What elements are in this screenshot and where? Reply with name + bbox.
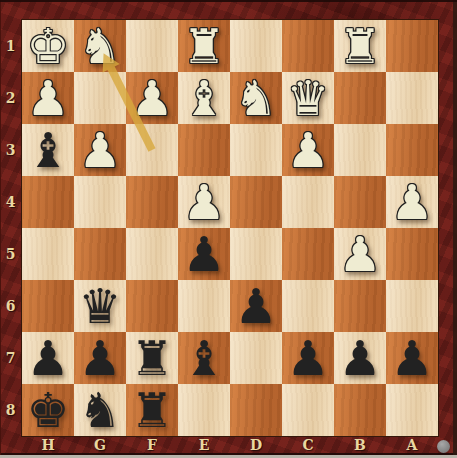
square-a1[interactable] — [386, 20, 438, 72]
white-pawn[interactable]: ♟ — [338, 228, 381, 280]
square-b6[interactable] — [334, 280, 386, 332]
square-e8[interactable] — [178, 384, 230, 436]
rank-label-3: 3 — [0, 124, 21, 176]
square-d7[interactable] — [230, 332, 282, 384]
black-pawn[interactable]: ♟ — [26, 332, 69, 384]
white-knight[interactable]: ♞ — [234, 72, 277, 124]
square-e4[interactable]: ♟ — [178, 176, 230, 228]
file-label-a: A — [386, 436, 438, 455]
square-h3[interactable]: ♝ — [22, 124, 74, 176]
square-c4[interactable] — [282, 176, 334, 228]
file-label-c: C — [282, 436, 334, 455]
square-h4[interactable] — [22, 176, 74, 228]
square-b1[interactable]: ♜ — [334, 20, 386, 72]
black-bishop[interactable]: ♝ — [182, 332, 225, 384]
square-g5[interactable] — [74, 228, 126, 280]
white-pawn[interactable]: ♟ — [390, 176, 433, 228]
square-a3[interactable] — [386, 124, 438, 176]
square-c8[interactable] — [282, 384, 334, 436]
black-pawn[interactable]: ♟ — [286, 332, 329, 384]
square-e2[interactable]: ♝ — [178, 72, 230, 124]
black-pawn[interactable]: ♟ — [234, 280, 277, 332]
square-h8[interactable]: ♚ — [22, 384, 74, 436]
black-bishop[interactable]: ♝ — [26, 124, 69, 176]
black-pawn[interactable]: ♟ — [182, 228, 225, 280]
square-f3[interactable] — [126, 124, 178, 176]
square-g2[interactable] — [74, 72, 126, 124]
white-rook[interactable]: ♜ — [182, 20, 225, 72]
square-e7[interactable]: ♝ — [178, 332, 230, 384]
white-queen[interactable]: ♛ — [286, 72, 329, 124]
black-pawn[interactable]: ♟ — [390, 332, 433, 384]
file-label-h: H — [22, 436, 74, 455]
square-a2[interactable] — [386, 72, 438, 124]
white-pawn[interactable]: ♟ — [26, 72, 69, 124]
square-g6[interactable]: ♛ — [74, 280, 126, 332]
square-d6[interactable]: ♟ — [230, 280, 282, 332]
white-pawn[interactable]: ♟ — [130, 72, 173, 124]
square-g3[interactable]: ♟ — [74, 124, 126, 176]
white-bishop[interactable]: ♝ — [182, 72, 225, 124]
square-h1[interactable]: ♚ — [22, 20, 74, 72]
chess-diagram: ♚♞♜♜♟♟♝♞♛♝♟♟♟♟♟♟♛♟♟♟♜♝♟♟♟♚♞♜ 12345678 HG… — [0, 0, 457, 458]
square-c7[interactable]: ♟ — [282, 332, 334, 384]
chess-board: ♚♞♜♜♟♟♝♞♛♝♟♟♟♟♟♟♛♟♟♟♜♝♟♟♟♚♞♜ — [21, 19, 439, 437]
square-g8[interactable]: ♞ — [74, 384, 126, 436]
black-pawn[interactable]: ♟ — [78, 332, 121, 384]
white-knight[interactable]: ♞ — [78, 20, 121, 72]
square-d5[interactable] — [230, 228, 282, 280]
square-h7[interactable]: ♟ — [22, 332, 74, 384]
square-a7[interactable]: ♟ — [386, 332, 438, 384]
board-frame: ♚♞♜♜♟♟♝♞♛♝♟♟♟♟♟♟♛♟♟♟♜♝♟♟♟♚♞♜ 12345678 HG… — [0, 0, 457, 455]
square-b7[interactable]: ♟ — [334, 332, 386, 384]
square-c5[interactable] — [282, 228, 334, 280]
white-pawn[interactable]: ♟ — [78, 124, 121, 176]
rank-label-7: 7 — [0, 332, 21, 384]
white-pawn[interactable]: ♟ — [182, 176, 225, 228]
square-f7[interactable]: ♜ — [126, 332, 178, 384]
square-e5[interactable]: ♟ — [178, 228, 230, 280]
square-a6[interactable] — [386, 280, 438, 332]
file-label-g: G — [74, 436, 126, 455]
square-b2[interactable] — [334, 72, 386, 124]
square-h5[interactable] — [22, 228, 74, 280]
square-d2[interactable]: ♞ — [230, 72, 282, 124]
square-f5[interactable] — [126, 228, 178, 280]
black-rook[interactable]: ♜ — [130, 332, 173, 384]
square-b5[interactable]: ♟ — [334, 228, 386, 280]
file-label-b: B — [334, 436, 386, 455]
square-g7[interactable]: ♟ — [74, 332, 126, 384]
file-label-e: E — [178, 436, 230, 455]
white-king[interactable]: ♚ — [26, 20, 69, 72]
rank-label-6: 6 — [0, 280, 21, 332]
square-b3[interactable] — [334, 124, 386, 176]
side-to-move-indicator — [437, 440, 450, 453]
square-d4[interactable] — [230, 176, 282, 228]
square-c3[interactable]: ♟ — [282, 124, 334, 176]
square-e6[interactable] — [178, 280, 230, 332]
rank-label-8: 8 — [0, 384, 21, 436]
square-a4[interactable]: ♟ — [386, 176, 438, 228]
white-pawn[interactable]: ♟ — [286, 124, 329, 176]
square-d3[interactable] — [230, 124, 282, 176]
square-a8[interactable] — [386, 384, 438, 436]
square-h2[interactable]: ♟ — [22, 72, 74, 124]
square-d8[interactable] — [230, 384, 282, 436]
square-f4[interactable] — [126, 176, 178, 228]
square-f8[interactable]: ♜ — [126, 384, 178, 436]
file-label-d: D — [230, 436, 282, 455]
black-rook[interactable]: ♜ — [130, 384, 173, 436]
square-e3[interactable] — [178, 124, 230, 176]
square-g1[interactable]: ♞ — [74, 20, 126, 72]
black-pawn[interactable]: ♟ — [338, 332, 381, 384]
square-c1[interactable] — [282, 20, 334, 72]
rank-label-2: 2 — [0, 72, 21, 124]
square-f2[interactable]: ♟ — [126, 72, 178, 124]
square-e1[interactable]: ♜ — [178, 20, 230, 72]
rank-label-4: 4 — [0, 176, 21, 228]
black-queen[interactable]: ♛ — [78, 280, 121, 332]
square-g4[interactable] — [74, 176, 126, 228]
white-rook[interactable]: ♜ — [338, 20, 381, 72]
rank-label-1: 1 — [0, 20, 21, 72]
black-knight[interactable]: ♞ — [78, 384, 121, 436]
square-f6[interactable] — [126, 280, 178, 332]
square-b8[interactable] — [334, 384, 386, 436]
square-a5[interactable] — [386, 228, 438, 280]
square-h6[interactable] — [22, 280, 74, 332]
square-c6[interactable] — [282, 280, 334, 332]
square-c2[interactable]: ♛ — [282, 72, 334, 124]
square-d1[interactable] — [230, 20, 282, 72]
rank-label-5: 5 — [0, 228, 21, 280]
black-king[interactable]: ♚ — [26, 384, 69, 436]
square-b4[interactable] — [334, 176, 386, 228]
square-f1[interactable] — [126, 20, 178, 72]
file-label-f: F — [126, 436, 178, 455]
